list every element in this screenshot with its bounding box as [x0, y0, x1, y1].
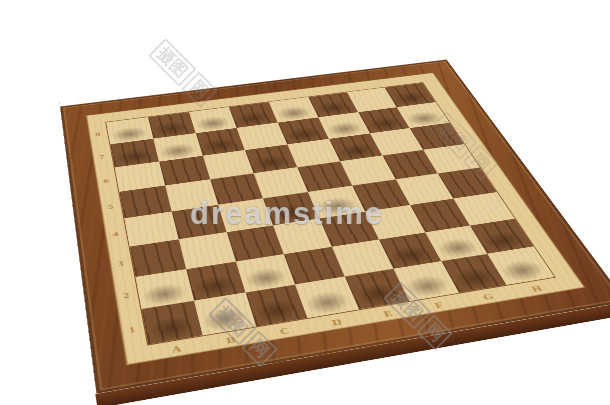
piece-shadow: [402, 271, 455, 299]
chess-board: ABCDEFGH 87654321 ♜♞♝♛♚♝♜♟♟♟♟♟♟♟♟♞♟♟♟♟♟♟…: [60, 60, 610, 394]
piece-shadow: [243, 263, 293, 290]
stock-photo: ABCDEFGH 87654321 ♜♞♝♛♚♝♜♟♟♟♟♟♟♟♟♞♟♟♟♟♟♟…: [0, 0, 610, 405]
rank-label-7: 7: [90, 144, 113, 170]
piece-shadow: [392, 89, 433, 106]
piece-shadow: [479, 227, 531, 252]
piece-shadow: [201, 303, 253, 333]
stock-logo-icon: 摄图: [148, 38, 197, 87]
piece-shadow: [498, 256, 552, 283]
rank-label-8: 8: [87, 122, 109, 146]
piece-shadow: [353, 279, 406, 307]
